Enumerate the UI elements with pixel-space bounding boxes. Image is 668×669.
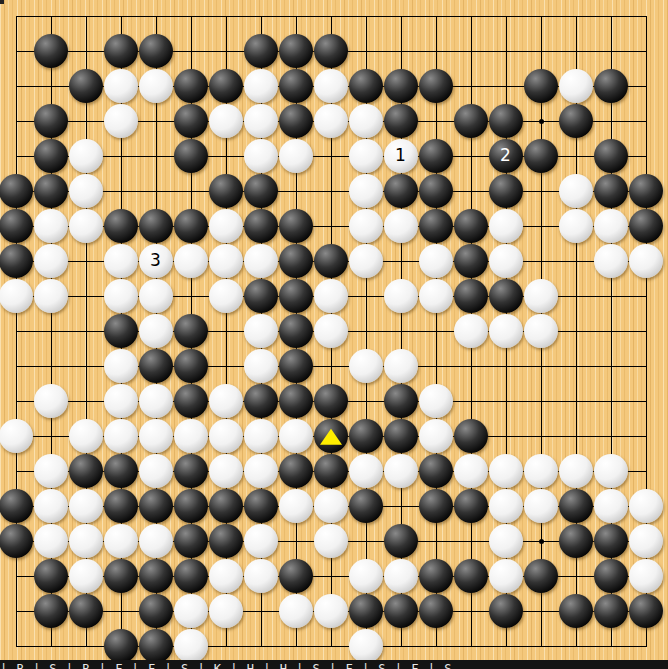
black-stone[interactable] — [419, 489, 453, 523]
black-stone[interactable] — [419, 209, 453, 243]
white-stone[interactable] — [69, 174, 103, 208]
black-stone[interactable] — [524, 69, 558, 103]
black-stone[interactable] — [594, 139, 628, 173]
black-stone[interactable] — [244, 384, 278, 418]
white-stone[interactable] — [244, 139, 278, 173]
black-stone[interactable] — [104, 209, 138, 243]
white-stone[interactable] — [314, 104, 348, 138]
bottom-bar-text: | B | S | B | F | F | S | K | H | H | S … — [0, 662, 668, 669]
white-stone[interactable] — [139, 419, 173, 453]
black-stone[interactable] — [0, 174, 33, 208]
black-stone[interactable] — [594, 559, 628, 593]
black-stone[interactable] — [384, 384, 418, 418]
white-stone[interactable] — [34, 384, 68, 418]
white-stone[interactable] — [104, 244, 138, 278]
white-stone[interactable] — [279, 139, 313, 173]
black-stone[interactable] — [454, 489, 488, 523]
black-stone[interactable] — [139, 629, 173, 663]
white-stone[interactable] — [314, 279, 348, 313]
black-stone[interactable] — [489, 104, 523, 138]
white-stone[interactable] — [139, 524, 173, 558]
black-stone[interactable] — [0, 209, 33, 243]
white-stone[interactable] — [209, 594, 243, 628]
black-stone[interactable] — [174, 349, 208, 383]
white-stone[interactable] — [69, 419, 103, 453]
corner-artifact — [0, 0, 4, 4]
white-stone[interactable] — [314, 69, 348, 103]
white-stone[interactable] — [419, 419, 453, 453]
black-stone[interactable] — [174, 139, 208, 173]
white-stone[interactable] — [69, 489, 103, 523]
white-stone[interactable] — [349, 104, 383, 138]
black-stone[interactable] — [419, 559, 453, 593]
black-stone[interactable] — [139, 349, 173, 383]
white-stone[interactable] — [489, 244, 523, 278]
black-stone[interactable] — [454, 209, 488, 243]
black-stone[interactable] — [419, 139, 453, 173]
white-stone[interactable] — [524, 314, 558, 348]
black-stone[interactable] — [454, 419, 488, 453]
white-stone[interactable] — [244, 69, 278, 103]
black-stone[interactable] — [594, 69, 628, 103]
white-stone[interactable] — [629, 489, 663, 523]
black-stone[interactable] — [384, 69, 418, 103]
white-stone[interactable] — [594, 454, 628, 488]
white-stone[interactable] — [244, 419, 278, 453]
white-stone[interactable] — [384, 209, 418, 243]
white-stone[interactable] — [34, 244, 68, 278]
white-stone[interactable] — [524, 279, 558, 313]
black-stone[interactable] — [104, 34, 138, 68]
white-stone[interactable] — [104, 69, 138, 103]
white-stone[interactable] — [209, 419, 243, 453]
black-stone[interactable] — [489, 594, 523, 628]
white-stone[interactable] — [489, 559, 523, 593]
white-stone[interactable] — [489, 524, 523, 558]
black-stone[interactable] — [174, 559, 208, 593]
white-stone[interactable] — [489, 209, 523, 243]
black-stone[interactable] — [174, 209, 208, 243]
white-stone[interactable] — [314, 314, 348, 348]
black-stone[interactable] — [524, 139, 558, 173]
bottom-status-bar: | B | S | B | F | F | S | K | H | H | S … — [0, 660, 668, 669]
white-stone[interactable] — [209, 559, 243, 593]
go-board[interactable]: 123 — [0, 0, 668, 660]
black-stone[interactable] — [279, 349, 313, 383]
black-stone[interactable] — [244, 489, 278, 523]
white-stone[interactable] — [489, 454, 523, 488]
black-stone[interactable] — [419, 69, 453, 103]
white-stone[interactable] — [209, 244, 243, 278]
white-stone[interactable] — [419, 384, 453, 418]
white-stone[interactable] — [34, 489, 68, 523]
black-stone[interactable] — [69, 454, 103, 488]
black-stone[interactable] — [314, 454, 348, 488]
black-stone[interactable] — [34, 559, 68, 593]
black-stone[interactable] — [314, 244, 348, 278]
black-stone[interactable] — [454, 279, 488, 313]
black-stone[interactable] — [489, 174, 523, 208]
white-stone[interactable] — [454, 454, 488, 488]
white-stone[interactable] — [279, 489, 313, 523]
black-stone[interactable] — [244, 34, 278, 68]
black-stone[interactable] — [594, 174, 628, 208]
white-stone[interactable] — [384, 279, 418, 313]
white-stone[interactable] — [524, 489, 558, 523]
white-stone[interactable] — [0, 419, 33, 453]
white-stone[interactable] — [104, 349, 138, 383]
black-stone[interactable] — [0, 489, 33, 523]
black-stone[interactable] — [419, 174, 453, 208]
white-stone[interactable] — [629, 524, 663, 558]
white-stone[interactable] — [454, 314, 488, 348]
white-stone[interactable] — [0, 279, 33, 313]
white-stone[interactable] — [104, 524, 138, 558]
white-stone[interactable] — [139, 314, 173, 348]
black-stone[interactable] — [454, 244, 488, 278]
white-stone[interactable] — [629, 244, 663, 278]
black-stone[interactable] — [559, 524, 593, 558]
black-stone[interactable] — [244, 174, 278, 208]
black-stone[interactable] — [384, 524, 418, 558]
white-stone[interactable] — [349, 174, 383, 208]
white-stone[interactable] — [419, 279, 453, 313]
black-stone[interactable] — [279, 209, 313, 243]
white-stone[interactable] — [139, 69, 173, 103]
black-stone[interactable] — [524, 559, 558, 593]
black-stone[interactable] — [34, 594, 68, 628]
move-number-label: 1 — [384, 139, 418, 173]
black-stone[interactable] — [419, 454, 453, 488]
white-stone[interactable] — [559, 209, 593, 243]
white-stone[interactable] — [209, 209, 243, 243]
white-stone[interactable] — [34, 279, 68, 313]
black-stone[interactable] — [629, 174, 663, 208]
black-stone[interactable] — [174, 314, 208, 348]
white-stone[interactable] — [34, 454, 68, 488]
black-stone[interactable] — [174, 69, 208, 103]
white-stone[interactable] — [209, 454, 243, 488]
white-stone[interactable] — [314, 524, 348, 558]
black-stone[interactable] — [0, 244, 33, 278]
black-stone[interactable] — [104, 629, 138, 663]
white-stone[interactable] — [174, 629, 208, 663]
black-stone[interactable] — [384, 594, 418, 628]
black-stone[interactable] — [279, 384, 313, 418]
black-stone[interactable] — [349, 419, 383, 453]
white-stone[interactable] — [384, 559, 418, 593]
black-stone[interactable] — [559, 104, 593, 138]
black-stone[interactable] — [209, 524, 243, 558]
white-stone[interactable] — [384, 349, 418, 383]
black-stone[interactable] — [279, 454, 313, 488]
black-stone[interactable] — [174, 384, 208, 418]
black-stone[interactable] — [279, 104, 313, 138]
go-board-stones: 123 — [0, 0, 663, 663]
white-stone[interactable] — [244, 524, 278, 558]
black-stone[interactable] — [314, 419, 348, 453]
black-stone[interactable] — [174, 524, 208, 558]
white-stone[interactable] — [174, 419, 208, 453]
white-stone[interactable] — [384, 454, 418, 488]
black-stone[interactable] — [104, 454, 138, 488]
white-stone[interactable] — [349, 209, 383, 243]
white-stone[interactable] — [314, 594, 348, 628]
white-stone[interactable] — [209, 104, 243, 138]
white-stone[interactable] — [279, 594, 313, 628]
black-stone[interactable] — [384, 419, 418, 453]
white-stone[interactable] — [559, 174, 593, 208]
black-stone[interactable] — [34, 104, 68, 138]
black-stone[interactable] — [279, 69, 313, 103]
black-stone[interactable]: 2 — [489, 139, 523, 173]
white-stone[interactable] — [524, 454, 558, 488]
white-stone[interactable] — [104, 384, 138, 418]
black-stone[interactable] — [34, 34, 68, 68]
white-stone[interactable] — [244, 349, 278, 383]
black-stone[interactable] — [69, 594, 103, 628]
white-stone[interactable] — [594, 244, 628, 278]
black-stone[interactable] — [209, 69, 243, 103]
black-stone[interactable] — [34, 139, 68, 173]
triangle-marker-icon — [320, 428, 342, 444]
white-stone[interactable] — [69, 559, 103, 593]
white-stone[interactable] — [594, 489, 628, 523]
black-stone[interactable] — [349, 594, 383, 628]
white-stone[interactable]: 3 — [139, 244, 173, 278]
black-stone[interactable] — [279, 559, 313, 593]
white-stone[interactable] — [349, 139, 383, 173]
white-stone[interactable] — [489, 489, 523, 523]
black-stone[interactable] — [174, 454, 208, 488]
white-stone[interactable] — [139, 454, 173, 488]
black-stone[interactable] — [139, 34, 173, 68]
white-stone[interactable] — [104, 279, 138, 313]
white-stone[interactable] — [69, 139, 103, 173]
black-stone[interactable] — [174, 104, 208, 138]
white-stone[interactable] — [349, 454, 383, 488]
white-stone[interactable] — [314, 489, 348, 523]
black-stone[interactable] — [594, 524, 628, 558]
white-stone[interactable] — [244, 559, 278, 593]
white-stone[interactable]: 1 — [384, 139, 418, 173]
black-stone[interactable] — [139, 489, 173, 523]
black-stone[interactable] — [139, 559, 173, 593]
white-stone[interactable] — [244, 104, 278, 138]
white-stone[interactable] — [349, 629, 383, 663]
black-stone[interactable] — [314, 384, 348, 418]
white-stone[interactable] — [104, 104, 138, 138]
black-stone[interactable] — [629, 209, 663, 243]
black-stone[interactable] — [104, 489, 138, 523]
black-stone[interactable] — [279, 34, 313, 68]
black-stone[interactable] — [454, 559, 488, 593]
black-stone[interactable] — [629, 594, 663, 628]
black-stone[interactable] — [0, 524, 33, 558]
black-stone[interactable] — [34, 174, 68, 208]
white-stone[interactable] — [209, 384, 243, 418]
black-stone[interactable] — [209, 489, 243, 523]
black-stone[interactable] — [419, 594, 453, 628]
white-stone[interactable] — [349, 349, 383, 383]
white-stone[interactable] — [244, 244, 278, 278]
black-stone[interactable] — [244, 279, 278, 313]
white-stone[interactable] — [629, 559, 663, 593]
black-stone[interactable] — [139, 594, 173, 628]
white-stone[interactable] — [139, 279, 173, 313]
black-stone[interactable] — [104, 559, 138, 593]
black-stone[interactable] — [279, 279, 313, 313]
black-stone[interactable] — [314, 34, 348, 68]
black-stone[interactable] — [104, 314, 138, 348]
white-stone[interactable] — [594, 209, 628, 243]
white-stone[interactable] — [174, 244, 208, 278]
black-stone[interactable] — [174, 489, 208, 523]
black-stone[interactable] — [244, 209, 278, 243]
white-stone[interactable] — [244, 454, 278, 488]
move-number-label: 3 — [139, 244, 173, 278]
white-stone[interactable] — [69, 209, 103, 243]
white-stone[interactable] — [419, 244, 453, 278]
black-stone[interactable] — [349, 69, 383, 103]
white-stone[interactable] — [104, 419, 138, 453]
black-stone[interactable] — [349, 489, 383, 523]
white-stone[interactable] — [34, 209, 68, 243]
black-stone[interactable] — [279, 314, 313, 348]
black-stone[interactable] — [489, 279, 523, 313]
black-stone[interactable] — [384, 104, 418, 138]
black-stone[interactable] — [69, 69, 103, 103]
black-stone[interactable] — [454, 104, 488, 138]
white-stone[interactable] — [559, 69, 593, 103]
black-stone[interactable] — [279, 244, 313, 278]
white-stone[interactable] — [209, 279, 243, 313]
black-stone[interactable] — [559, 594, 593, 628]
white-stone[interactable] — [244, 314, 278, 348]
white-stone[interactable] — [69, 524, 103, 558]
white-stone[interactable] — [489, 314, 523, 348]
black-stone[interactable] — [209, 174, 243, 208]
white-stone[interactable] — [174, 594, 208, 628]
move-number-label: 2 — [489, 139, 523, 173]
white-stone[interactable] — [34, 524, 68, 558]
black-stone[interactable] — [594, 594, 628, 628]
black-stone[interactable] — [384, 174, 418, 208]
white-stone[interactable] — [349, 244, 383, 278]
black-stone[interactable] — [139, 209, 173, 243]
white-stone[interactable] — [279, 419, 313, 453]
black-stone[interactable] — [559, 489, 593, 523]
white-stone[interactable] — [559, 454, 593, 488]
white-stone[interactable] — [139, 384, 173, 418]
white-stone[interactable] — [349, 559, 383, 593]
